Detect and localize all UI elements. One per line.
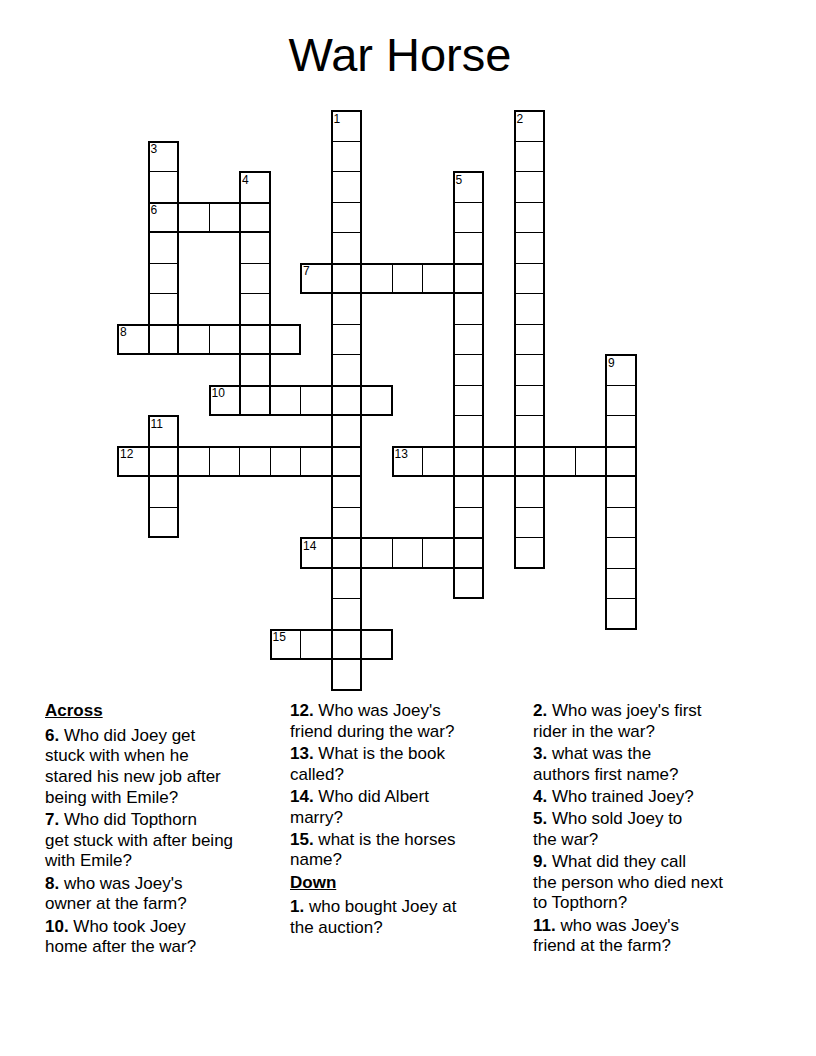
grid-cell[interactable] <box>331 293 363 325</box>
grid-cell[interactable] <box>300 537 332 569</box>
grid-cell[interactable] <box>331 598 363 630</box>
grid-cell[interactable] <box>361 629 393 661</box>
grid-cell[interactable] <box>239 263 271 295</box>
grid-cell[interactable] <box>514 385 546 417</box>
clue-num: 3. <box>533 744 547 763</box>
grid-cell[interactable] <box>331 324 363 356</box>
grid-cell[interactable] <box>239 232 271 264</box>
grid-cell[interactable] <box>270 385 302 417</box>
grid-cell[interactable] <box>239 171 271 203</box>
grid-cell[interactable] <box>422 537 454 569</box>
grid-cell[interactable] <box>514 476 546 508</box>
grid-cell[interactable] <box>209 202 241 234</box>
grid-cell[interactable] <box>605 598 637 630</box>
grid-cell[interactable] <box>453 324 485 356</box>
grid-cell[interactable] <box>605 385 637 417</box>
grid-cell[interactable] <box>117 324 149 356</box>
clue-text: What did they call the person who died n… <box>533 852 723 912</box>
clue-num: 1. <box>290 897 304 916</box>
grid-cell[interactable] <box>453 263 485 295</box>
grid-cell[interactable] <box>331 537 363 569</box>
grid-cell[interactable] <box>148 141 180 173</box>
grid-cell[interactable] <box>239 446 271 478</box>
grid-cell[interactable] <box>331 232 363 264</box>
grid-cell[interactable] <box>331 446 363 478</box>
grid-cell[interactable] <box>300 629 332 661</box>
clue-item: 12. Who was Joey's friend during the war… <box>290 701 522 742</box>
grid-cell[interactable] <box>422 446 454 478</box>
clue-text: what was the authors first name? <box>533 744 679 784</box>
clue-text: Who did Topthorn get stuck with after be… <box>45 810 233 870</box>
grid-cell[interactable] <box>148 293 180 325</box>
page: War Horse 123456789101112131415 Across6.… <box>0 0 816 1056</box>
grid-cell[interactable] <box>392 537 424 569</box>
clue-text: Who was Joey's friend during the war? <box>290 701 454 741</box>
grid-cell[interactable] <box>453 171 485 203</box>
grid-cell[interactable] <box>178 324 210 356</box>
clues-column-1: Across6. Who did Joey get stuck with whe… <box>45 701 291 959</box>
clue-item: 2. Who was joey's first rider in the war… <box>533 701 805 742</box>
grid-cell[interactable] <box>514 293 546 325</box>
grid-cell[interactable] <box>361 385 393 417</box>
grid-cell[interactable] <box>331 476 363 508</box>
grid-cell[interactable] <box>178 202 210 234</box>
clue-text: who bought Joey at the auction? <box>290 897 456 937</box>
grid-cell[interactable] <box>331 415 363 447</box>
grid-cell[interactable] <box>514 171 546 203</box>
crossword-grid: 123456789101112131415 <box>117 110 638 692</box>
clue-num: 14. <box>290 787 314 806</box>
grid-cell[interactable] <box>514 141 546 173</box>
grid-cell[interactable] <box>575 446 607 478</box>
clue-text: Who sold Joey to the war? <box>533 809 682 849</box>
clue-num: 15. <box>290 830 314 849</box>
grid-cell[interactable] <box>239 385 271 417</box>
grid-cell[interactable] <box>331 629 363 661</box>
grid-cell[interactable] <box>117 446 149 478</box>
grid-cell[interactable] <box>514 507 546 539</box>
clue-item: 5. Who sold Joey to the war? <box>533 809 805 850</box>
clue-item: 13. What is the book called? <box>290 744 522 785</box>
clue-num: 8. <box>45 874 59 893</box>
clue-num: 6. <box>45 726 59 745</box>
grid-cell[interactable] <box>148 507 180 539</box>
clue-text: Who took Joey home after the war? <box>45 917 196 957</box>
grid-cell[interactable] <box>514 232 546 264</box>
clue-item: 11. who was Joey's friend at the farm? <box>533 916 805 957</box>
clue-text: Who did Joey get stuck with when he star… <box>45 726 221 807</box>
grid-cell[interactable] <box>514 263 546 295</box>
grid-cell[interactable] <box>453 446 485 478</box>
grid-cell[interactable] <box>331 568 363 600</box>
grid-cell[interactable] <box>239 202 271 234</box>
grid-cell[interactable] <box>514 537 546 569</box>
grid-cell[interactable] <box>239 293 271 325</box>
across-header: Across <box>45 701 291 722</box>
grid-cell[interactable] <box>300 385 332 417</box>
grid-cell[interactable] <box>453 385 485 417</box>
grid-cell[interactable] <box>453 232 485 264</box>
grid-cell[interactable] <box>514 446 546 478</box>
clues-column-3: 2. Who was joey's first rider in the war… <box>533 701 805 958</box>
clue-text: What is the book called? <box>290 744 445 784</box>
grid-cell[interactable] <box>148 415 180 447</box>
grid-cell[interactable] <box>331 385 363 417</box>
grid-cell[interactable] <box>209 446 241 478</box>
clues-column-2: 12. Who was Joey's friend during the war… <box>290 701 522 940</box>
grid-cell[interactable] <box>331 263 363 295</box>
grid-cell[interactable] <box>270 629 302 661</box>
grid-cell[interactable] <box>605 507 637 539</box>
grid-cell[interactable] <box>514 354 546 386</box>
grid-cell[interactable] <box>239 354 271 386</box>
clue-num: 7. <box>45 810 59 829</box>
puzzle-title: War Horse <box>0 28 800 82</box>
grid-cell[interactable] <box>209 324 241 356</box>
clue-item: 7. Who did Topthorn get stuck with after… <box>45 810 291 872</box>
grid-cell[interactable] <box>453 202 485 234</box>
grid-cell[interactable] <box>148 324 180 356</box>
grid-cell[interactable] <box>483 446 515 478</box>
grid-cell[interactable] <box>148 202 180 234</box>
clue-num: 13. <box>290 744 314 763</box>
grid-cell[interactable] <box>514 415 546 447</box>
grid-cell[interactable] <box>331 354 363 386</box>
grid-cell[interactable] <box>331 171 363 203</box>
clue-text: what is the horses name? <box>290 830 455 870</box>
grid-cell[interactable] <box>453 537 485 569</box>
grid-cell[interactable] <box>544 446 576 478</box>
clue-text: who was Joey's owner at the farm? <box>45 874 187 914</box>
clue-num: 9. <box>533 852 547 871</box>
grid-cell[interactable] <box>331 507 363 539</box>
grid-cell[interactable] <box>605 568 637 600</box>
clue-text: Who trained Joey? <box>547 787 693 806</box>
grid-cell[interactable] <box>605 354 637 386</box>
grid-cell[interactable] <box>148 232 180 264</box>
grid-cell[interactable] <box>361 537 393 569</box>
down-header: Down <box>290 873 522 894</box>
grid-cell[interactable] <box>331 659 363 691</box>
clue-item: 8. who was Joey's owner at the farm? <box>45 874 291 915</box>
grid-cell[interactable] <box>453 568 485 600</box>
clue-item: 14. Who did Albert marry? <box>290 787 522 828</box>
grid-cell[interactable] <box>209 385 241 417</box>
grid-cell[interactable] <box>453 476 485 508</box>
grid-cell[interactable] <box>331 202 363 234</box>
clue-item: 3. what was the authors first name? <box>533 744 805 785</box>
grid-cell[interactable] <box>148 476 180 508</box>
clue-num: 5. <box>533 809 547 828</box>
grid-cell[interactable] <box>605 415 637 447</box>
grid-cell[interactable] <box>148 446 180 478</box>
grid-cell[interactable] <box>605 476 637 508</box>
clue-item: 15. what is the horses name? <box>290 830 522 871</box>
grid-cell[interactable] <box>178 446 210 478</box>
clue-num: 4. <box>533 787 547 806</box>
clue-num: 11. <box>533 916 556 935</box>
grid-cell[interactable] <box>270 446 302 478</box>
grid-cell[interactable] <box>300 446 332 478</box>
clue-text: who was Joey's friend at the farm? <box>533 916 679 956</box>
grid-cell[interactable] <box>453 354 485 386</box>
grid-cell[interactable] <box>514 324 546 356</box>
grid-cell[interactable] <box>361 263 393 295</box>
clue-item: 6. Who did Joey get stuck with when he s… <box>45 726 291 809</box>
clue-num: 2. <box>533 701 547 720</box>
clue-item: 10. Who took Joey home after the war? <box>45 917 291 958</box>
clue-num: 10. <box>45 917 69 936</box>
grid-cell[interactable] <box>422 263 454 295</box>
grid-cell[interactable] <box>331 110 363 142</box>
grid-cell[interactable] <box>148 263 180 295</box>
grid-cell[interactable] <box>148 171 180 203</box>
grid-cell[interactable] <box>453 507 485 539</box>
grid-cell[interactable] <box>605 446 637 478</box>
grid-cell[interactable] <box>300 263 332 295</box>
grid-cell[interactable] <box>331 141 363 173</box>
grid-cell[interactable] <box>514 202 546 234</box>
clue-item: 1. who bought Joey at the auction? <box>290 897 522 938</box>
clue-num: 12. <box>290 701 314 720</box>
grid-cell[interactable] <box>239 324 271 356</box>
clue-item: 4. Who trained Joey? <box>533 787 805 808</box>
grid-cell[interactable] <box>392 446 424 478</box>
grid-cell[interactable] <box>270 324 302 356</box>
clue-item: 9. What did they call the person who die… <box>533 852 805 914</box>
grid-cell[interactable] <box>453 293 485 325</box>
grid-cell[interactable] <box>392 263 424 295</box>
grid-cell[interactable] <box>514 110 546 142</box>
clue-text: Who was joey's first rider in the war? <box>533 701 702 741</box>
grid-cell[interactable] <box>453 415 485 447</box>
grid-cell[interactable] <box>605 537 637 569</box>
